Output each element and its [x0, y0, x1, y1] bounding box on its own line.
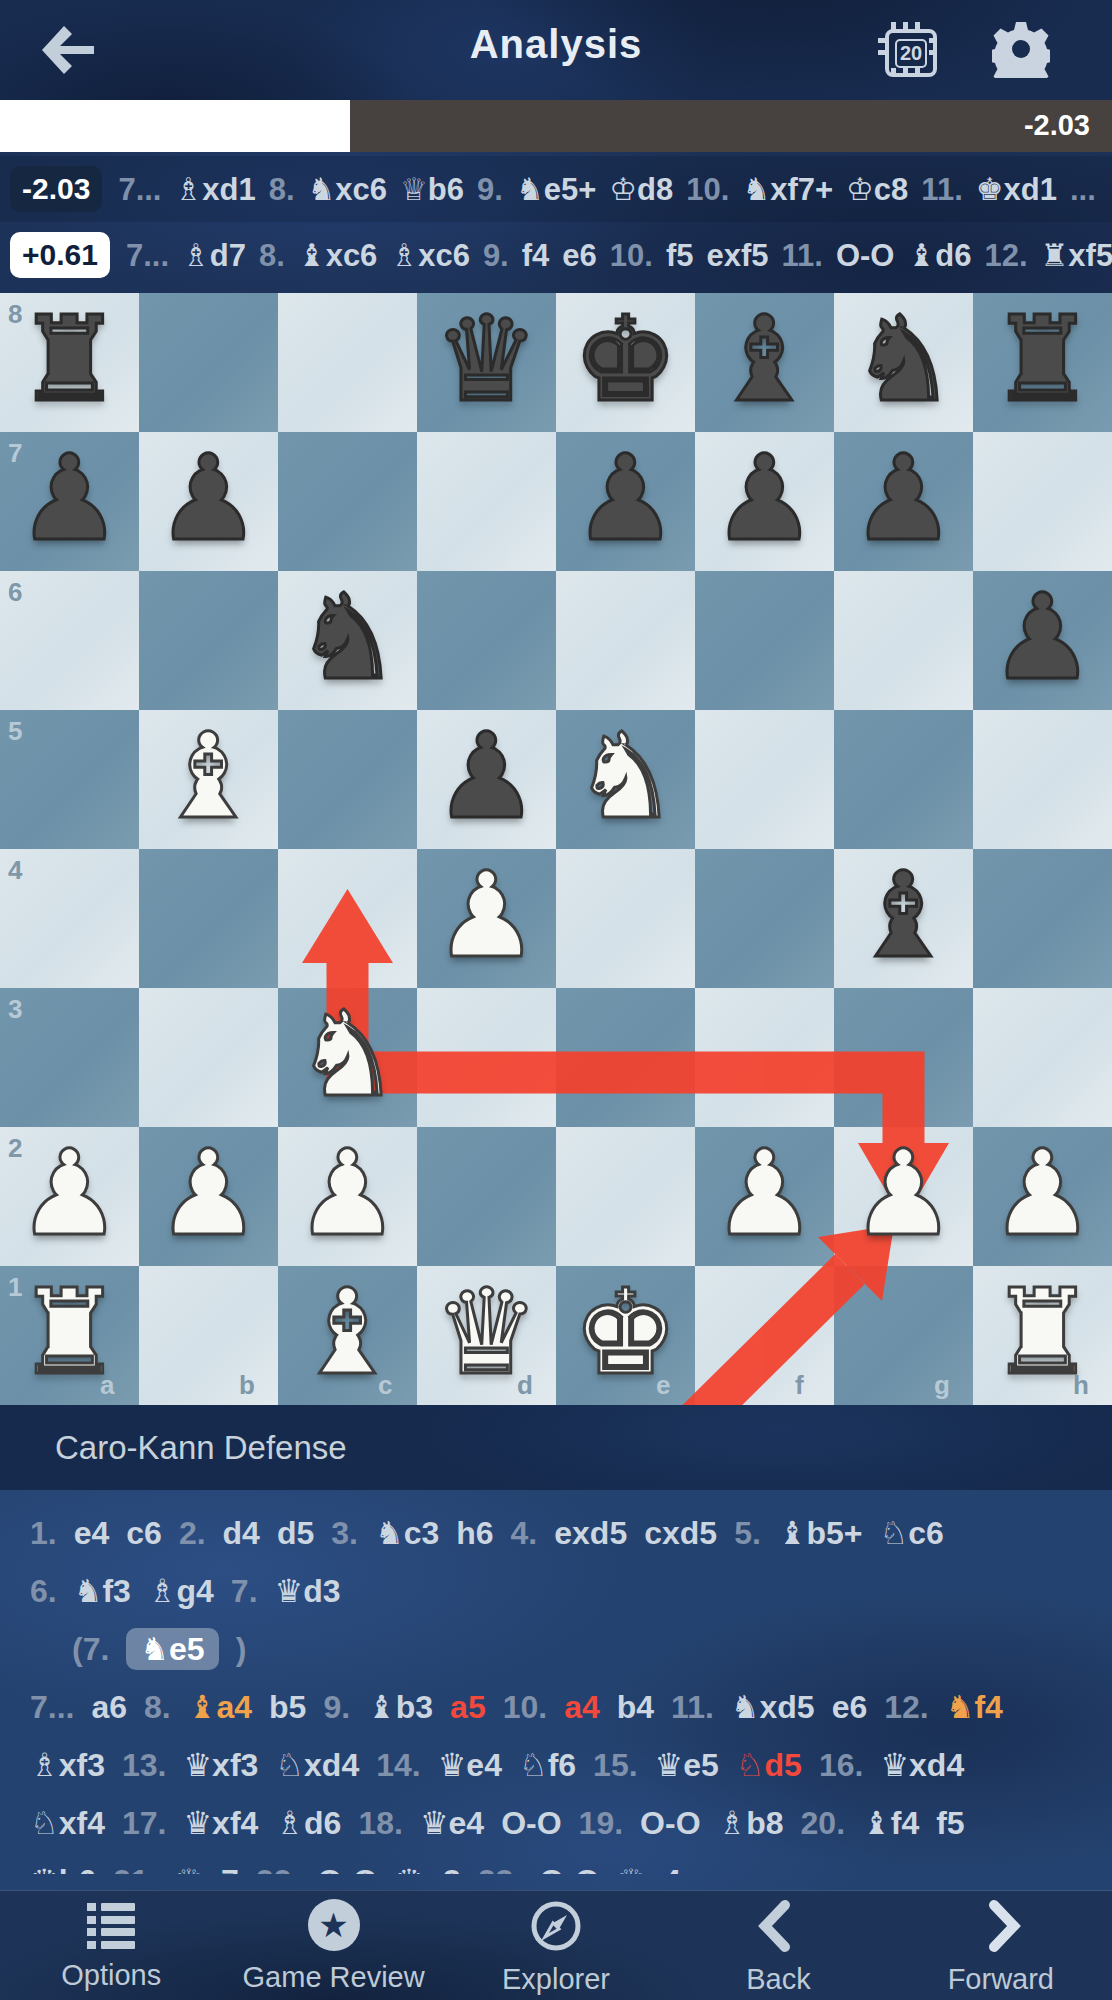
move-number: 2.: [179, 1515, 206, 1551]
move-number: 8.: [259, 238, 285, 273]
move-token[interactable]: O-O: [317, 1863, 377, 1874]
move-line: ♘xf417.♛xf4♗d618.♛e4O-O19.O-O♗b820.♝f4f5: [30, 1798, 1112, 1848]
chevron-right-icon: [974, 1899, 1028, 1953]
move-token[interactable]: ♘d5: [736, 1747, 802, 1783]
move-number: 19.: [579, 1805, 623, 1841]
bottom-nav: Options ★ Game Review Explorer Back Forw…: [0, 1890, 1112, 2000]
engine-line-2-eval-badge: +0.61: [10, 232, 110, 278]
move-token[interactable]: ♝d6: [907, 238, 971, 273]
move-number: 6.: [30, 1573, 57, 1609]
move-list[interactable]: 1.e4c62.d4d53.♞c3h64.exd5cxd55.♝b5+♘c66.…: [0, 1490, 1112, 1890]
move-token[interactable]: d4: [223, 1515, 260, 1551]
move-token[interactable]: ♛e5: [655, 1747, 719, 1783]
move-token[interactable]: ♜xf5: [1041, 238, 1112, 273]
black-queen-d8[interactable]: ♛: [417, 293, 556, 432]
star-circle-icon: ★: [308, 1899, 360, 1951]
black-pawn-f7[interactable]: ♟: [695, 432, 834, 571]
move-token[interactable]: ♗d6: [275, 1805, 341, 1841]
move-token[interactable]: ♗xd1: [174, 172, 255, 207]
engine-line-2[interactable]: +0.61 7...♗d78.♝xc6♗xc69.f4e610.f5exf511…: [0, 222, 1112, 288]
move-token[interactable]: a5: [450, 1689, 486, 1725]
white-rook-h1[interactable]: ♜: [973, 1266, 1112, 1405]
move-number: 10.: [686, 172, 729, 207]
file-label-e: e: [656, 1370, 670, 1401]
engine-line-2-moves: 7...♗d78.♝xc6♗xc69.f4e610.f5exf511.O-O♝d…: [126, 237, 1112, 274]
engine-line-1-eval-badge: -2.03: [10, 166, 102, 212]
move-token[interactable]: ♛g3: [395, 1863, 461, 1874]
move-token[interactable]: ♛e4: [438, 1747, 502, 1783]
move-token[interactable]: ♗xf3: [30, 1747, 105, 1783]
white-pawn-b2[interactable]: ♟: [139, 1127, 278, 1266]
nav-game-review[interactable]: ★ Game Review: [222, 1891, 444, 2000]
white-pawn-d4[interactable]: ♟: [417, 849, 556, 988]
move-token[interactable]: ♝b5+: [778, 1515, 863, 1551]
move-token[interactable]: ♛xf4: [183, 1805, 258, 1841]
move-token[interactable]: exd5: [554, 1515, 627, 1551]
chevron-left-icon: [751, 1899, 805, 1953]
move-token[interactable]: ♛b6: [30, 1863, 96, 1874]
move-token[interactable]: ♞xc6: [308, 172, 388, 207]
move-line: 6.♞f3♗g47.♛d3: [30, 1566, 1112, 1616]
move-token[interactable]: ♗g4: [148, 1573, 214, 1609]
move-line: 7...a68.♝a4b59.♝b3a510.a4b411.♞xd5e612.♞…: [30, 1682, 1112, 1732]
move-token[interactable]: ♛xf3: [183, 1747, 258, 1783]
nav-options[interactable]: Options: [0, 1891, 222, 2000]
move-number: 17.: [122, 1805, 166, 1841]
file-label-f: f: [795, 1370, 804, 1401]
file-label-c: c: [378, 1370, 392, 1401]
rank-label-7: 7: [8, 438, 22, 469]
white-bishop-c1[interactable]: ♝: [278, 1266, 417, 1405]
opening-header: Caro-Kann Defense: [0, 1405, 1112, 1490]
move-token[interactable]: O-O: [501, 1805, 561, 1841]
white-knight-c3[interactable]: ♞: [278, 988, 417, 1127]
nav-back[interactable]: Back: [667, 1891, 889, 2000]
move-number: 15.: [593, 1747, 637, 1783]
nav-forward[interactable]: Forward: [890, 1891, 1112, 2000]
move-token[interactable]: cxd5: [644, 1515, 717, 1551]
white-pawn-g2[interactable]: ♟: [834, 1127, 973, 1266]
move-token[interactable]: ♞e5+: [516, 172, 596, 207]
move-token[interactable]: ♞xd5: [731, 1689, 815, 1725]
black-knight-c6[interactable]: ♞: [278, 571, 417, 710]
move-token[interactable]: ♗b8: [718, 1805, 784, 1841]
move-token[interactable]: ♞e5: [126, 1628, 218, 1670]
move-number: 23.: [478, 1863, 522, 1874]
move-line-clipped: ♛b621.♕e722.O-O♛g323.O-O♕e4: [30, 1856, 1112, 1874]
rank-label-1: 1: [8, 1272, 22, 1303]
move-token[interactable]: a6: [91, 1689, 127, 1725]
move-token[interactable]: e6: [832, 1689, 868, 1725]
move-number: 7...: [30, 1689, 74, 1725]
move-number: 7.: [231, 1573, 258, 1609]
move-token[interactable]: ♛d3: [275, 1573, 341, 1609]
move-number: 3.: [331, 1515, 358, 1551]
compass-icon: [529, 1899, 583, 1953]
rank-label-4: 4: [8, 855, 22, 886]
rank-label-8: 8: [8, 299, 22, 330]
move-token[interactable]: b4: [617, 1689, 654, 1725]
move-number: 10.: [610, 238, 653, 273]
rank-label-2: 2: [8, 1133, 22, 1164]
move-number: 9.: [323, 1689, 350, 1725]
move-number: 12.: [984, 238, 1027, 273]
file-label-a: a: [100, 1370, 114, 1401]
file-label-h: h: [1073, 1370, 1089, 1401]
move-token[interactable]: exf5: [706, 238, 768, 273]
move-token[interactable]: ♗d7: [182, 238, 246, 273]
move-number: 9.: [483, 238, 509, 273]
move-token[interactable]: d5: [277, 1515, 314, 1551]
move-token[interactable]: h6: [456, 1515, 493, 1551]
move-line: (7.♞e5): [30, 1624, 1112, 1674]
move-number: 8.: [144, 1689, 171, 1725]
file-label-g: g: [934, 1370, 950, 1401]
move-token[interactable]: ♘c6: [880, 1515, 944, 1551]
move-number: 11.: [782, 238, 823, 273]
move-number: 9.: [477, 172, 503, 207]
move-token[interactable]: ♝a4: [188, 1689, 252, 1725]
move-number: (7.: [72, 1631, 109, 1667]
rank-label-5: 5: [8, 716, 22, 747]
black-pawn-e7[interactable]: ♟: [556, 432, 695, 571]
move-token[interactable]: O-O: [836, 238, 895, 273]
black-rook-h8[interactable]: ♜: [973, 293, 1112, 432]
file-label-d: d: [517, 1370, 533, 1401]
black-bishop-f8[interactable]: ♝: [695, 293, 834, 432]
engine-depth-value: 20: [895, 39, 927, 68]
engine-line-1[interactable]: -2.03 7...♗xd18.♞xc6♕b69.♞e5+♔d810.♞xf7+…: [0, 156, 1112, 222]
move-token[interactable]: ♞f4: [946, 1689, 1003, 1725]
engine-line-1-moves: 7...♗xd18.♞xc6♕b69.♞e5+♔d810.♞xf7+♔c811.…: [118, 171, 1108, 208]
opening-name: Caro-Kann Defense: [55, 1429, 347, 1467]
move-number: 13.: [122, 1747, 166, 1783]
rank-label-3: 3: [8, 994, 22, 1025]
black-pawn-b7[interactable]: ♟: [139, 432, 278, 571]
move-token[interactable]: ♗xc6: [390, 238, 470, 273]
move-number: 22.: [256, 1863, 300, 1874]
move-line: 1.e4c62.d4d53.♞c3h64.exd5cxd55.♝b5+♘c6: [30, 1508, 1112, 1558]
black-pawn-h6[interactable]: ♟: [973, 571, 1112, 710]
move-number: 5.: [734, 1515, 761, 1551]
move-number: 12.: [884, 1689, 928, 1725]
white-king-e1[interactable]: ♚: [556, 1266, 695, 1405]
move-token[interactable]: ♝b3: [367, 1689, 433, 1725]
move-number: 14.: [376, 1747, 420, 1783]
rank-label-6: 6: [8, 577, 22, 608]
settings-gear-icon[interactable]: [992, 20, 1050, 82]
move-token[interactable]: ♞xf7+: [742, 172, 833, 207]
move-number: 10.: [503, 1689, 547, 1725]
move-number: 18.: [358, 1805, 402, 1841]
move-token[interactable]: ♕e7: [175, 1863, 239, 1874]
move-token[interactable]: ♕e4: [617, 1863, 681, 1874]
move-token[interactable]: ♘xd4: [275, 1747, 359, 1783]
black-knight-g8[interactable]: ♞: [834, 293, 973, 432]
move-token[interactable]: ♛e4: [420, 1805, 484, 1841]
move-number: ): [236, 1631, 247, 1667]
move-number: 11.: [671, 1689, 714, 1725]
evaluation-score: -2.03: [1024, 109, 1090, 142]
list-icon: [87, 1903, 135, 1949]
file-label-b: b: [239, 1370, 255, 1401]
move-number: 8.: [269, 172, 295, 207]
move-token[interactable]: ♚xd1: [976, 172, 1057, 207]
nav-explorer[interactable]: Explorer: [445, 1891, 667, 2000]
white-bishop-b5[interactable]: ♝: [139, 710, 278, 849]
move-number: 20.: [801, 1805, 845, 1841]
white-pawn-f2[interactable]: ♟: [695, 1127, 834, 1266]
evaluation-bar-white-portion: [0, 100, 350, 152]
white-pawn-c2[interactable]: ♟: [278, 1127, 417, 1266]
black-pawn-g7[interactable]: ♟: [834, 432, 973, 571]
move-token[interactable]: ♘xf4: [30, 1805, 105, 1841]
move-token[interactable]: c6: [126, 1515, 162, 1551]
evaluation-bar: -2.03: [0, 100, 1112, 152]
move-token[interactable]: ♔d8: [609, 172, 673, 207]
move-number: ...: [1070, 172, 1096, 207]
page-title: Analysis: [0, 22, 1112, 67]
move-token[interactable]: ♝xc6: [298, 238, 378, 273]
move-line: ♗xf313.♛xf3♘xd414.♛e4♘f615.♛e5♘d516.♛xd4: [30, 1740, 1112, 1790]
move-token[interactable]: ♝f4: [862, 1805, 919, 1841]
move-number: 21.: [113, 1863, 157, 1874]
engine-lines-panel: -2.03 7...♗xd18.♞xc6♕b69.♞e5+♔d810.♞xf7+…: [0, 152, 1112, 293]
move-token[interactable]: b5: [269, 1689, 306, 1725]
move-token[interactable]: O-O: [640, 1805, 700, 1841]
move-token[interactable]: ♞c3: [375, 1515, 439, 1551]
move-number: 7...: [126, 238, 169, 273]
move-number: 7...: [118, 172, 161, 207]
move-token[interactable]: e4: [74, 1515, 110, 1551]
move-token[interactable]: e6: [562, 238, 596, 273]
engine-depth-chip-icon[interactable]: 20: [878, 22, 940, 78]
move-number: 4.: [511, 1515, 538, 1551]
black-king-e8[interactable]: ♚: [556, 293, 695, 432]
move-token[interactable]: f5: [666, 238, 694, 273]
move-token[interactable]: f4: [522, 238, 550, 273]
chess-board[interactable]: 87654321abcdefgh♜♛♚♝♞♜♟♟♟♟♟♞♟♝♟♞♟♝♞♟♟♟♟♟…: [0, 293, 1112, 1405]
move-token[interactable]: ♔c8: [846, 172, 908, 207]
move-number: 16.: [819, 1747, 863, 1783]
move-token[interactable]: f5: [936, 1805, 964, 1841]
move-number: 1.: [30, 1515, 57, 1551]
black-bishop-g4[interactable]: ♝: [834, 849, 973, 988]
white-queen-d1[interactable]: ♛: [417, 1266, 556, 1405]
move-number: 11.: [921, 172, 962, 207]
move-token[interactable]: a4: [564, 1689, 600, 1725]
white-pawn-h2[interactable]: ♟: [973, 1127, 1112, 1266]
black-pawn-d5[interactable]: ♟: [417, 710, 556, 849]
top-bar: Analysis 20: [0, 0, 1112, 100]
white-knight-e5[interactable]: ♞: [556, 710, 695, 849]
move-token[interactable]: ♛xd4: [880, 1747, 964, 1783]
move-token[interactable]: O-O: [539, 1863, 599, 1874]
move-token[interactable]: ♞f3: [74, 1573, 131, 1609]
analysis-screen: Analysis 20 -2.03 -2.03 7...♗xd18.♞xc6♕b…: [0, 0, 1112, 2000]
move-token[interactable]: ♕b6: [400, 172, 464, 207]
move-token[interactable]: ♘f6: [519, 1747, 576, 1783]
